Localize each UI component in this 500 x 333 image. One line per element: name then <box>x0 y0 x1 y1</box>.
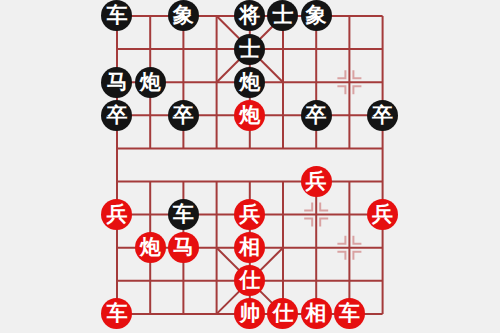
piece-red-general[interactable]: 帅 <box>234 298 265 329</box>
board-cell: 士 <box>266 0 299 33</box>
piece-red-soldier[interactable]: 兵 <box>367 199 398 230</box>
board-cell: 卒 <box>167 99 200 132</box>
piece-red-horse[interactable]: 马 <box>168 232 199 263</box>
piece-black-horse[interactable]: 马 <box>101 67 132 98</box>
piece-black-elephant[interactable]: 象 <box>301 0 332 31</box>
piece-red-soldier[interactable]: 兵 <box>234 199 265 230</box>
board-cell: 相 <box>300 297 333 330</box>
board-pieces-layer: 车象将士象士马炮炮卒卒炮卒卒兵兵车兵兵炮马相仕车帅仕相车 <box>100 0 399 330</box>
piece-red-advisor[interactable]: 仕 <box>234 265 265 296</box>
board-cell: 炮 <box>134 66 167 99</box>
board-cell: 车 <box>100 297 133 330</box>
board-cell: 兵 <box>300 165 333 198</box>
board-cell: 象 <box>300 0 333 33</box>
piece-black-advisor[interactable]: 士 <box>267 0 298 31</box>
piece-black-elephant[interactable]: 象 <box>168 0 199 31</box>
board-cell: 卒 <box>100 99 133 132</box>
board-cell: 炮 <box>233 66 266 99</box>
board-cell: 象 <box>167 0 200 33</box>
board-cell: 将 <box>233 0 266 33</box>
xiangqi-board: 车象将士象士马炮炮卒卒炮卒卒兵兵车兵兵炮马相仕车帅仕相车 <box>0 0 500 333</box>
piece-red-cannon[interactable]: 炮 <box>135 232 166 263</box>
board-cell: 车 <box>167 198 200 231</box>
piece-red-elephant[interactable]: 相 <box>301 298 332 329</box>
piece-red-soldier[interactable]: 兵 <box>301 166 332 197</box>
piece-black-cannon[interactable]: 炮 <box>135 67 166 98</box>
piece-black-general[interactable]: 将 <box>234 0 265 31</box>
piece-red-chariot[interactable]: 车 <box>101 298 132 329</box>
board-cell: 车 <box>100 0 133 33</box>
piece-red-cannon[interactable]: 炮 <box>234 100 265 131</box>
board-cell: 仕 <box>233 264 266 297</box>
piece-red-chariot[interactable]: 车 <box>334 298 365 329</box>
piece-black-cannon[interactable]: 炮 <box>234 67 265 98</box>
piece-red-soldier[interactable]: 兵 <box>101 199 132 230</box>
board-cell: 马 <box>167 231 200 264</box>
piece-black-soldier[interactable]: 卒 <box>168 100 199 131</box>
board-cell: 卒 <box>300 99 333 132</box>
board-cell: 马 <box>100 66 133 99</box>
board-cell: 士 <box>233 33 266 66</box>
piece-red-elephant[interactable]: 相 <box>234 232 265 263</box>
piece-black-chariot[interactable]: 车 <box>168 199 199 230</box>
piece-black-chariot[interactable]: 车 <box>101 0 132 31</box>
board-cell: 兵 <box>366 198 399 231</box>
board-cell: 兵 <box>233 198 266 231</box>
board-cell: 卒 <box>366 99 399 132</box>
board-cell: 车 <box>333 297 366 330</box>
board-cell: 炮 <box>233 99 266 132</box>
board-cell: 帅 <box>233 297 266 330</box>
piece-black-soldier[interactable]: 卒 <box>301 100 332 131</box>
piece-black-soldier[interactable]: 卒 <box>101 100 132 131</box>
piece-red-advisor[interactable]: 仕 <box>267 298 298 329</box>
piece-black-soldier[interactable]: 卒 <box>367 100 398 131</box>
board-cell: 兵 <box>100 198 133 231</box>
board-cell: 相 <box>233 231 266 264</box>
piece-black-advisor[interactable]: 士 <box>234 34 265 65</box>
board-cell: 炮 <box>134 231 167 264</box>
board-cell: 仕 <box>266 297 299 330</box>
